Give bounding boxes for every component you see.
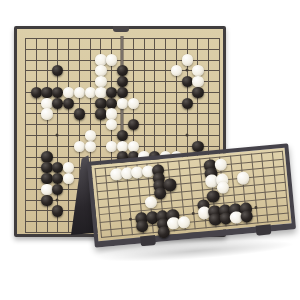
white-stone: [128, 98, 139, 109]
white-stone: [95, 65, 106, 76]
white-stone: [229, 211, 242, 224]
black-stone: [117, 65, 128, 76]
grid-line-vertical: [230, 156, 237, 226]
black-stone: [41, 87, 52, 98]
white-stone: [117, 141, 128, 152]
black-stone: [52, 205, 63, 216]
black-stone: [117, 130, 128, 141]
fold-hinge-tab: [113, 26, 129, 32]
grid-line-vertical: [261, 153, 268, 223]
white-stone: [85, 141, 96, 152]
white-stone: [182, 54, 193, 65]
black-stone: [31, 87, 42, 98]
white-stone: [95, 54, 106, 65]
white-stone: [171, 151, 182, 162]
star-point: [121, 198, 124, 201]
white-stone: [41, 98, 52, 109]
black-stone: [240, 210, 253, 223]
white-stone: [41, 184, 52, 195]
black-stone: [192, 87, 203, 98]
black-stone: [95, 108, 106, 119]
black-stone: [229, 203, 242, 216]
back-go-board-19x19: [14, 26, 226, 237]
white-stone: [106, 54, 117, 65]
black-stone: [182, 76, 193, 87]
white-stone: [106, 119, 117, 130]
grid-line-vertical: [240, 155, 247, 225]
star-point: [185, 134, 188, 137]
star-point: [56, 134, 59, 137]
board-foot-right: [256, 224, 272, 235]
black-stone: [52, 87, 63, 98]
black-stone: [106, 98, 117, 109]
black-stone: [117, 76, 128, 87]
white-stone: [128, 141, 139, 152]
white-stone: [117, 98, 128, 109]
black-stone: [128, 151, 139, 162]
black-stone: [182, 98, 193, 109]
black-stone: [52, 184, 63, 195]
black-stone: [106, 87, 117, 98]
product-photo-go-board-set: [0, 0, 300, 300]
black-stone: [117, 87, 128, 98]
white-stone: [63, 162, 74, 173]
black-stone: [52, 65, 63, 76]
white-stone: [160, 151, 171, 162]
grid-line-vertical: [282, 151, 289, 221]
white-stone: [95, 87, 106, 98]
white-stone: [106, 108, 117, 119]
black-stone: [41, 195, 52, 206]
black-stone: [239, 202, 252, 215]
white-stone: [236, 172, 249, 185]
white-stone: [85, 130, 96, 141]
white-stone: [63, 173, 74, 184]
back-board-grid: [25, 38, 220, 233]
star-point: [185, 69, 188, 72]
black-stone: [52, 162, 63, 173]
black-stone: [192, 141, 203, 152]
black-stone: [95, 98, 106, 109]
black-stone: [74, 108, 85, 119]
white-stone: [41, 108, 52, 119]
white-stone: [138, 151, 149, 162]
black-stone: [52, 173, 63, 184]
white-stone: [171, 65, 182, 76]
white-stone: [95, 76, 106, 87]
white-stone: [74, 87, 85, 98]
black-stone: [117, 151, 128, 162]
white-stone: [106, 141, 117, 152]
white-stone: [74, 141, 85, 152]
star-point: [254, 206, 257, 209]
black-stone: [41, 162, 52, 173]
black-stone: [41, 151, 52, 162]
grid-line-vertical: [251, 154, 258, 224]
black-stone: [63, 98, 74, 109]
black-stone: [41, 173, 52, 184]
grid-line-vertical: [271, 152, 278, 222]
white-stone: [85, 87, 96, 98]
black-stone: [149, 151, 160, 162]
white-stone: [192, 65, 203, 76]
star-point: [185, 198, 188, 201]
black-stone: [128, 119, 139, 130]
white-stone: [63, 87, 74, 98]
star-point: [56, 198, 59, 201]
white-stone: [192, 76, 203, 87]
black-stone: [52, 98, 63, 109]
